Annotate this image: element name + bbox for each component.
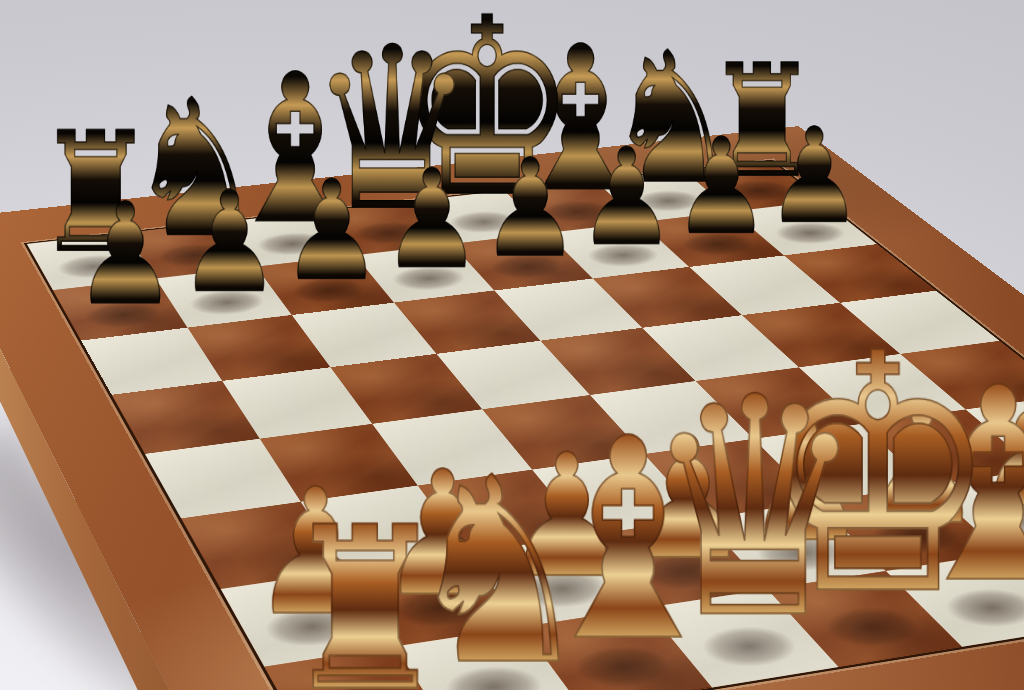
square-c5[interactable] — [330, 354, 482, 424]
black-pawn-d7[interactable]: ♟ — [382, 152, 482, 288]
scene-3d: ♜♞♝♛♚♝♞♜♟♟♟♟♟♟♟♟♟♟♟♟♟♟♟♟♜♞♝♛♚♝♞♜ — [0, 0, 1024, 690]
black-pawn-g7[interactable]: ♟ — [673, 121, 770, 253]
square-a1[interactable]: ♜ — [264, 647, 449, 690]
black-pawn-h7[interactable]: ♟ — [766, 111, 862, 242]
board-squares: ♜♞♝♛♚♝♞♜♟♟♟♟♟♟♟♟♟♟♟♟♟♟♟♟♜♞♝♛♚♝♞♜ — [27, 161, 1024, 690]
photo-scene: ♜♞♝♛♚♝♞♜♟♟♟♟♟♟♟♟♟♟♟♟♟♟♟♟♜♞♝♛♚♝♞♜ — [0, 0, 1024, 690]
white-rook-a1[interactable]: ♜ — [283, 497, 448, 690]
chess-board: ♜♞♝♛♚♝♞♜♟♟♟♟♟♟♟♟♟♟♟♟♟♟♟♟♜♞♝♛♚♝♞♜ — [0, 126, 1024, 690]
black-pawn-a7[interactable]: ♟ — [74, 185, 177, 325]
black-pawn-b7[interactable]: ♟ — [179, 174, 281, 312]
black-pawn-e7[interactable]: ♟ — [481, 141, 580, 275]
black-pawn-c7[interactable]: ♟ — [281, 163, 382, 300]
square-a6[interactable] — [81, 328, 222, 395]
black-pawn-f7[interactable]: ♟ — [578, 131, 676, 264]
square-b5[interactable] — [222, 367, 372, 439]
